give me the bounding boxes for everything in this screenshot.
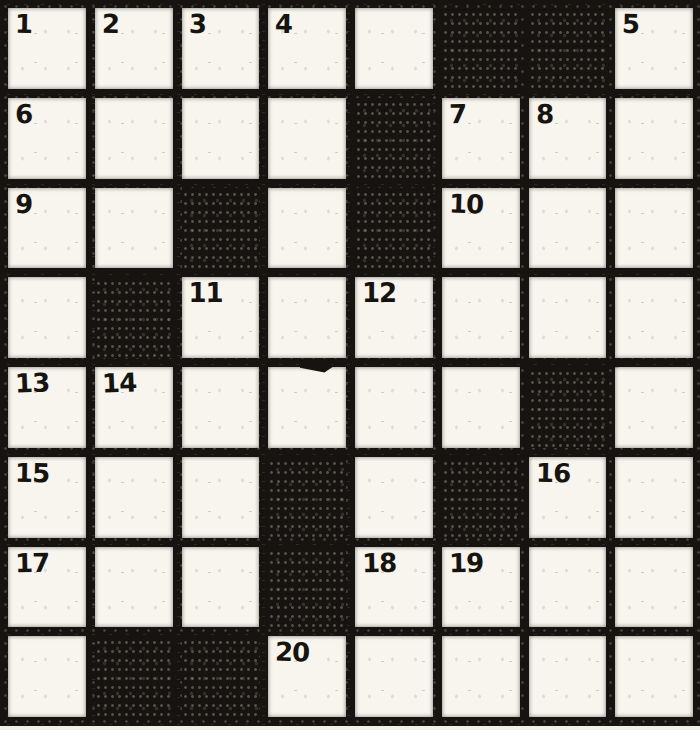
cell-r6c7[interactable]: 16 bbox=[529, 457, 607, 538]
cell-r4c7[interactable] bbox=[529, 277, 607, 358]
cell-r1c3[interactable]: 3 bbox=[182, 8, 260, 89]
cell-r8c8[interactable] bbox=[615, 636, 693, 717]
cell-r3c8[interactable] bbox=[615, 188, 693, 269]
cell-r7c7[interactable] bbox=[529, 547, 607, 628]
black-cell-r5c7 bbox=[529, 367, 607, 448]
clue-number-9: 9 bbox=[15, 190, 33, 217]
black-cell-r8c3 bbox=[182, 636, 260, 717]
clue-number-18: 18 bbox=[362, 549, 397, 576]
clue-number-19: 19 bbox=[449, 549, 484, 576]
cell-r3c7[interactable] bbox=[529, 188, 607, 269]
cell-r3c4[interactable] bbox=[268, 188, 346, 269]
cell-r2c3[interactable] bbox=[182, 98, 260, 179]
cell-r2c4[interactable] bbox=[268, 98, 346, 179]
clue-number-3: 3 bbox=[188, 11, 206, 37]
cell-r5c8[interactable] bbox=[615, 367, 693, 448]
clue-number-8: 8 bbox=[535, 101, 553, 127]
cell-r1c2[interactable]: 2 bbox=[95, 8, 173, 89]
clue-number-13: 13 bbox=[15, 369, 50, 396]
cell-r3c6[interactable]: 10 bbox=[442, 188, 520, 269]
cell-r7c5[interactable]: 18 bbox=[355, 547, 433, 628]
clue-number-16: 16 bbox=[535, 459, 570, 486]
clue-number-6: 6 bbox=[15, 101, 33, 127]
cell-r7c1[interactable]: 17 bbox=[8, 547, 86, 628]
cell-r6c5[interactable] bbox=[355, 457, 433, 538]
cell-r5c3[interactable] bbox=[182, 367, 260, 448]
cell-r4c6[interactable] bbox=[442, 277, 520, 358]
black-cell-r1c7 bbox=[529, 8, 607, 89]
cell-r7c6[interactable]: 19 bbox=[442, 547, 520, 628]
cell-r2c6[interactable]: 7 bbox=[442, 98, 520, 179]
black-cell-r3c3 bbox=[182, 188, 260, 269]
crossword-grid: 1234567891011121314151617181920 bbox=[0, 0, 700, 726]
clue-number-1: 1 bbox=[15, 11, 33, 37]
cell-r4c8[interactable] bbox=[615, 277, 693, 358]
cell-r4c5[interactable]: 12 bbox=[355, 277, 433, 358]
cell-r4c3[interactable]: 11 bbox=[182, 277, 260, 358]
cell-r3c1[interactable]: 9 bbox=[8, 188, 86, 269]
black-cell-r7c4 bbox=[268, 547, 346, 628]
clue-number-4: 4 bbox=[275, 11, 293, 37]
cell-r5c4[interactable] bbox=[268, 367, 346, 448]
cell-r8c1[interactable] bbox=[8, 636, 86, 717]
cell-r6c2[interactable] bbox=[95, 457, 173, 538]
black-cell-r6c4 bbox=[268, 457, 346, 538]
cell-r6c8[interactable] bbox=[615, 457, 693, 538]
black-cell-r8c2 bbox=[95, 636, 173, 717]
black-cell-r1c6 bbox=[442, 8, 520, 89]
cell-r1c4[interactable]: 4 bbox=[268, 8, 346, 89]
black-cell-r4c2 bbox=[95, 277, 173, 358]
cell-r2c1[interactable]: 6 bbox=[8, 98, 86, 179]
cell-r8c7[interactable] bbox=[529, 636, 607, 717]
clue-number-11: 11 bbox=[189, 280, 223, 306]
clue-number-10: 10 bbox=[448, 190, 483, 217]
cell-r7c2[interactable] bbox=[95, 547, 173, 628]
clue-number-5: 5 bbox=[622, 11, 640, 37]
cell-r2c2[interactable] bbox=[95, 98, 173, 179]
cell-r2c8[interactable] bbox=[615, 98, 693, 179]
cell-r3c2[interactable] bbox=[95, 188, 173, 269]
cell-r5c1[interactable]: 13 bbox=[8, 367, 86, 448]
cell-r4c4[interactable] bbox=[268, 277, 346, 358]
cell-r8c6[interactable] bbox=[442, 636, 520, 717]
clue-number-7: 7 bbox=[449, 101, 467, 127]
clue-number-15: 15 bbox=[15, 459, 50, 486]
clue-number-20: 20 bbox=[275, 639, 310, 666]
cell-r1c5[interactable] bbox=[355, 8, 433, 89]
clue-number-14: 14 bbox=[101, 369, 136, 396]
black-cell-r6c6 bbox=[442, 457, 520, 538]
cell-r5c5[interactable] bbox=[355, 367, 433, 448]
black-cell-r2c5 bbox=[355, 98, 433, 179]
clue-number-17: 17 bbox=[15, 549, 50, 576]
black-cell-r3c5 bbox=[355, 188, 433, 269]
cell-r5c6[interactable] bbox=[442, 367, 520, 448]
cell-r1c1[interactable]: 1 bbox=[8, 8, 86, 89]
clue-number-12: 12 bbox=[362, 280, 396, 306]
cell-r2c7[interactable]: 8 bbox=[529, 98, 607, 179]
cell-r5c2[interactable]: 14 bbox=[95, 367, 173, 448]
cell-r6c3[interactable] bbox=[182, 457, 260, 538]
clue-number-2: 2 bbox=[102, 11, 120, 37]
cell-r1c8[interactable]: 5 bbox=[615, 8, 693, 89]
cell-r8c4[interactable]: 20 bbox=[268, 636, 346, 717]
cell-r7c8[interactable] bbox=[615, 547, 693, 628]
cell-r8c5[interactable] bbox=[355, 636, 433, 717]
cell-r6c1[interactable]: 15 bbox=[8, 457, 86, 538]
cell-r7c3[interactable] bbox=[182, 547, 260, 628]
cell-r4c1[interactable] bbox=[8, 277, 86, 358]
